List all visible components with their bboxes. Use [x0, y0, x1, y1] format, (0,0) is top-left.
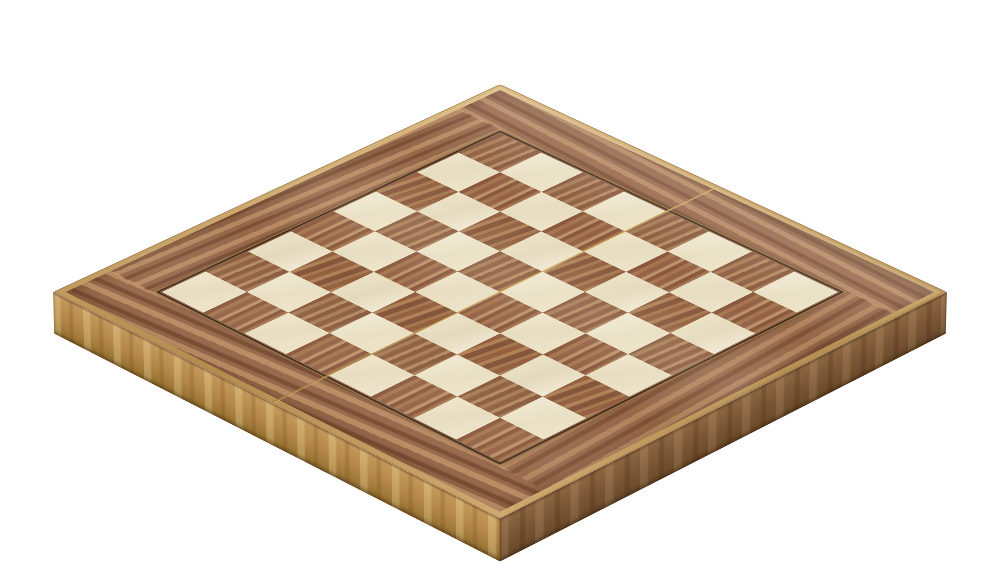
board-top-face [53, 84, 947, 518]
chess-board [53, 84, 947, 518]
product-photo-scene [0, 0, 1000, 573]
perspective-container [0, 0, 1000, 573]
